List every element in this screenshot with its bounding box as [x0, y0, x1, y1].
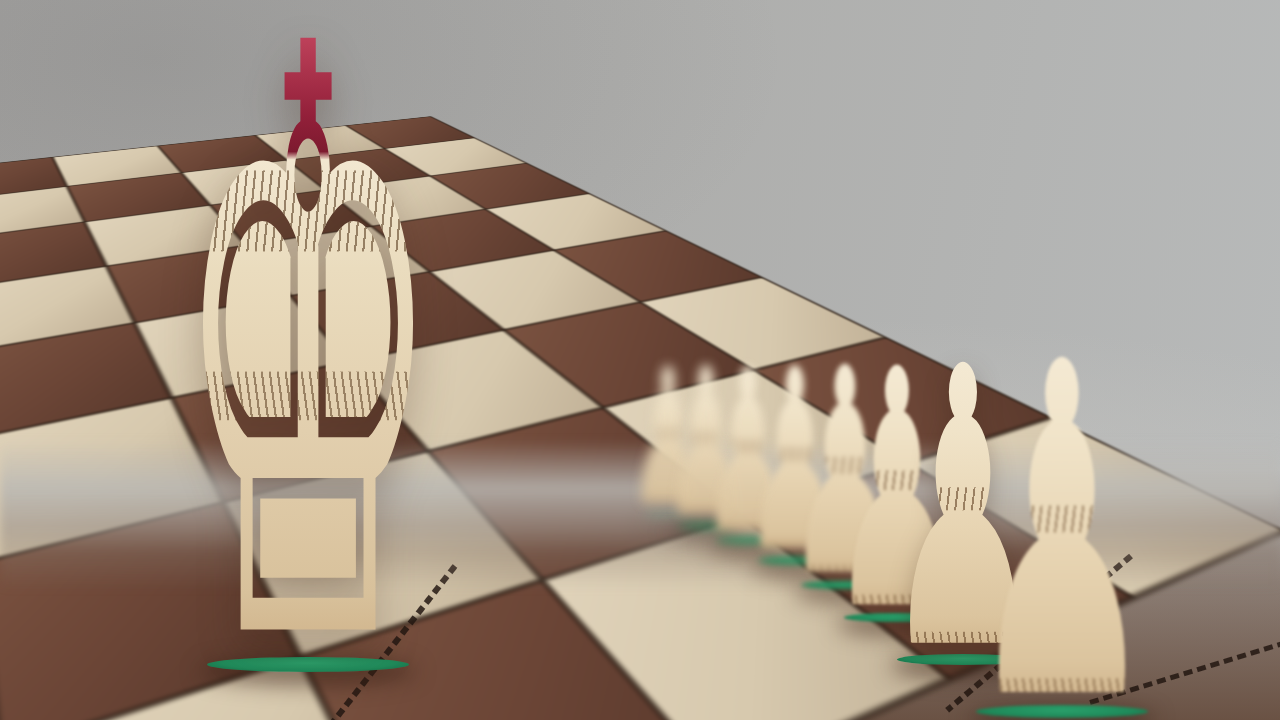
king-glyph: ♚ — [174, 0, 443, 720]
white-pawn-1: ♟ — [910, 422, 1215, 720]
chess-photo-scene: ♟ ♟ ♟ ♟ ♟ ♟ ♟ ♟ ♚ — [0, 0, 1280, 720]
pawn-glyph: ♟ — [968, 303, 1157, 720]
white-king: ♚ — [39, 155, 577, 720]
